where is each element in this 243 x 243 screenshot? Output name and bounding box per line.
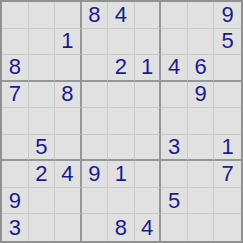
cell-r9c4[interactable] — [82, 214, 109, 241]
cell-r6c7[interactable]: 3 — [161, 135, 188, 162]
cell-r7c2[interactable]: 2 — [29, 161, 56, 188]
cell-r2c2[interactable] — [29, 29, 56, 56]
cell-r8c1[interactable]: 9 — [2, 188, 29, 215]
cell-r3c6[interactable]: 1 — [135, 55, 162, 82]
cell-r4c3[interactable]: 8 — [55, 82, 82, 109]
cell-r2c7[interactable] — [161, 29, 188, 56]
cell-r6c8[interactable] — [188, 135, 215, 162]
cell-r2c1[interactable] — [2, 29, 29, 56]
cell-r7c7[interactable] — [161, 161, 188, 188]
cell-r6c1[interactable] — [2, 135, 29, 162]
cell-r4c7[interactable] — [161, 82, 188, 109]
cell-r8c8[interactable] — [188, 188, 215, 215]
cell-r9c3[interactable] — [55, 214, 82, 241]
cell-r1c7[interactable] — [161, 2, 188, 29]
cell-r8c5[interactable] — [108, 188, 135, 215]
cell-r2c5[interactable] — [108, 29, 135, 56]
cell-r8c4[interactable] — [82, 188, 109, 215]
cell-r1c9[interactable]: 9 — [214, 2, 241, 29]
cell-r1c3[interactable] — [55, 2, 82, 29]
cell-r7c5[interactable]: 1 — [108, 161, 135, 188]
cell-r2c4[interactable] — [82, 29, 109, 56]
cell-r8c3[interactable] — [55, 188, 82, 215]
cell-r5c1[interactable] — [2, 108, 29, 135]
cell-r3c4[interactable] — [82, 55, 109, 82]
cell-r1c1[interactable] — [2, 2, 29, 29]
cell-r6c9[interactable]: 1 — [214, 135, 241, 162]
cell-r1c5[interactable]: 4 — [108, 2, 135, 29]
cell-r3c8[interactable]: 6 — [188, 55, 215, 82]
cell-r3c7[interactable]: 4 — [161, 55, 188, 82]
cell-r4c9[interactable] — [214, 82, 241, 109]
cell-r7c9[interactable]: 7 — [214, 161, 241, 188]
cell-r9c8[interactable] — [188, 214, 215, 241]
cell-r5c7[interactable] — [161, 108, 188, 135]
cell-r9c5[interactable]: 8 — [108, 214, 135, 241]
cell-r4c1[interactable]: 7 — [2, 82, 29, 109]
cell-r9c6[interactable]: 4 — [135, 214, 162, 241]
cell-r9c9[interactable] — [214, 214, 241, 241]
cell-r5c8[interactable] — [188, 108, 215, 135]
cell-r8c9[interactable] — [214, 188, 241, 215]
cell-r6c4[interactable] — [82, 135, 109, 162]
cell-r5c3[interactable] — [55, 108, 82, 135]
cell-r1c6[interactable] — [135, 2, 162, 29]
cell-r1c8[interactable] — [188, 2, 215, 29]
cell-r4c4[interactable] — [82, 82, 109, 109]
cell-r7c3[interactable]: 4 — [55, 161, 82, 188]
cell-r7c4[interactable]: 9 — [82, 161, 109, 188]
cell-r3c2[interactable] — [29, 55, 56, 82]
cell-r9c1[interactable]: 3 — [2, 214, 29, 241]
cell-r9c7[interactable] — [161, 214, 188, 241]
cell-r4c6[interactable] — [135, 82, 162, 109]
cell-r3c1[interactable]: 8 — [2, 55, 29, 82]
cell-r7c8[interactable] — [188, 161, 215, 188]
cell-r3c3[interactable] — [55, 55, 82, 82]
cell-r6c6[interactable] — [135, 135, 162, 162]
cell-r2c8[interactable] — [188, 29, 215, 56]
cell-r8c7[interactable]: 5 — [161, 188, 188, 215]
sudoku-board: 84915821467895312491795384 — [0, 0, 243, 243]
cell-r1c2[interactable] — [29, 2, 56, 29]
cell-r1c4[interactable]: 8 — [82, 2, 109, 29]
cell-r6c5[interactable] — [108, 135, 135, 162]
cell-r7c6[interactable] — [135, 161, 162, 188]
cell-r2c6[interactable] — [135, 29, 162, 56]
cell-r8c6[interactable] — [135, 188, 162, 215]
cell-r2c3[interactable]: 1 — [55, 29, 82, 56]
cell-r2c9[interactable]: 5 — [214, 29, 241, 56]
cell-r9c2[interactable] — [29, 214, 56, 241]
cell-r8c2[interactable] — [29, 188, 56, 215]
cell-r7c1[interactable] — [2, 161, 29, 188]
cell-r5c6[interactable] — [135, 108, 162, 135]
cell-r5c4[interactable] — [82, 108, 109, 135]
cell-r4c5[interactable] — [108, 82, 135, 109]
cell-r6c3[interactable] — [55, 135, 82, 162]
cell-r5c9[interactable] — [214, 108, 241, 135]
cell-r4c2[interactable] — [29, 82, 56, 109]
cell-r4c8[interactable]: 9 — [188, 82, 215, 109]
cell-r3c9[interactable] — [214, 55, 241, 82]
cell-r6c2[interactable]: 5 — [29, 135, 56, 162]
cell-r3c5[interactable]: 2 — [108, 55, 135, 82]
cell-r5c2[interactable] — [29, 108, 56, 135]
cell-r5c5[interactable] — [108, 108, 135, 135]
